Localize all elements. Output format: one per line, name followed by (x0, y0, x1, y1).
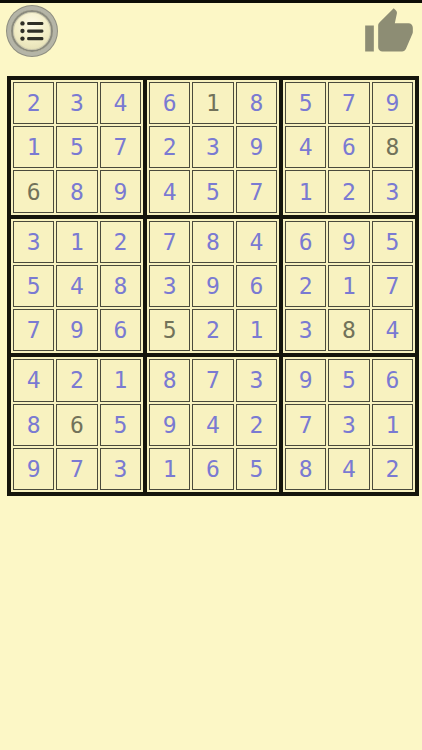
cell-r9c3[interactable]: 3 (100, 448, 141, 490)
cell-r8c9[interactable]: 1 (372, 404, 413, 446)
block-2-1: 312548796 (11, 219, 143, 354)
block-3-2: 873942165 (147, 357, 279, 492)
cell-r2c1[interactable]: 1 (13, 126, 54, 168)
cell-r5c9[interactable]: 7 (372, 265, 413, 307)
cell-r2c9[interactable]: 8 (372, 126, 413, 168)
bulleted-list-icon (19, 18, 45, 44)
block-1-2: 618239457 (147, 80, 279, 215)
cell-r7c7[interactable]: 9 (285, 359, 326, 401)
cell-r9c6[interactable]: 5 (236, 448, 277, 490)
cell-r8c1[interactable]: 8 (13, 404, 54, 446)
cell-r2c5[interactable]: 3 (192, 126, 233, 168)
cell-r1c3[interactable]: 4 (100, 82, 141, 124)
cell-r2c4[interactable]: 2 (149, 126, 190, 168)
cell-r8c5[interactable]: 4 (192, 404, 233, 446)
cell-r6c2[interactable]: 9 (56, 309, 97, 351)
cell-r8c7[interactable]: 7 (285, 404, 326, 446)
like-button[interactable] (363, 6, 415, 58)
cell-r7c1[interactable]: 4 (13, 359, 54, 401)
cell-r7c6[interactable]: 3 (236, 359, 277, 401)
block-3-3: 956731842 (283, 357, 415, 492)
cell-r8c2[interactable]: 6 (56, 404, 97, 446)
cell-r1c4[interactable]: 6 (149, 82, 190, 124)
cell-r1c9[interactable]: 9 (372, 82, 413, 124)
cell-r7c9[interactable]: 6 (372, 359, 413, 401)
block-1-3: 579468123 (283, 80, 415, 215)
cell-r5c2[interactable]: 4 (56, 265, 97, 307)
cell-r9c1[interactable]: 9 (13, 448, 54, 490)
cell-r8c4[interactable]: 9 (149, 404, 190, 446)
cell-r9c9[interactable]: 2 (372, 448, 413, 490)
cell-r5c5[interactable]: 9 (192, 265, 233, 307)
thumbs-up-icon (363, 6, 415, 58)
cell-r5c8[interactable]: 1 (328, 265, 369, 307)
cell-r3c3[interactable]: 9 (100, 170, 141, 212)
cell-r2c6[interactable]: 9 (236, 126, 277, 168)
cell-r1c5[interactable]: 1 (192, 82, 233, 124)
cell-r1c7[interactable]: 5 (285, 82, 326, 124)
cell-r6c8[interactable]: 8 (328, 309, 369, 351)
cell-r7c4[interactable]: 8 (149, 359, 190, 401)
cell-r7c2[interactable]: 2 (56, 359, 97, 401)
block-3-1: 421865973 (11, 357, 143, 492)
cell-r2c3[interactable]: 7 (100, 126, 141, 168)
cell-r6c6[interactable]: 1 (236, 309, 277, 351)
cell-r9c7[interactable]: 8 (285, 448, 326, 490)
cell-r1c2[interactable]: 3 (56, 82, 97, 124)
cell-r5c3[interactable]: 8 (100, 265, 141, 307)
cell-r7c3[interactable]: 1 (100, 359, 141, 401)
cell-r6c3[interactable]: 6 (100, 309, 141, 351)
cell-r3c5[interactable]: 5 (192, 170, 233, 212)
cell-r2c2[interactable]: 5 (56, 126, 97, 168)
cell-r4c1[interactable]: 3 (13, 221, 54, 263)
sudoku-board: 2341576896182394575794681233125487967843… (7, 76, 419, 496)
cell-r2c7[interactable]: 4 (285, 126, 326, 168)
cell-r3c7[interactable]: 1 (285, 170, 326, 212)
cell-r6c7[interactable]: 3 (285, 309, 326, 351)
cell-r3c1[interactable]: 6 (13, 170, 54, 212)
menu-button[interactable] (11, 10, 53, 52)
cell-r6c5[interactable]: 2 (192, 309, 233, 351)
cell-r1c8[interactable]: 7 (328, 82, 369, 124)
cell-r4c7[interactable]: 6 (285, 221, 326, 263)
cell-r4c8[interactable]: 9 (328, 221, 369, 263)
cell-r4c5[interactable]: 8 (192, 221, 233, 263)
cell-r3c4[interactable]: 4 (149, 170, 190, 212)
cell-r5c1[interactable]: 5 (13, 265, 54, 307)
cell-r1c1[interactable]: 2 (13, 82, 54, 124)
cell-r2c8[interactable]: 6 (328, 126, 369, 168)
cell-r9c8[interactable]: 4 (328, 448, 369, 490)
cell-r4c2[interactable]: 1 (56, 221, 97, 263)
block-1-1: 234157689 (11, 80, 143, 215)
cell-r8c8[interactable]: 3 (328, 404, 369, 446)
cell-r9c4[interactable]: 1 (149, 448, 190, 490)
cell-r6c9[interactable]: 4 (372, 309, 413, 351)
cell-r4c3[interactable]: 2 (100, 221, 141, 263)
cell-r5c6[interactable]: 6 (236, 265, 277, 307)
cell-r5c4[interactable]: 3 (149, 265, 190, 307)
cell-r6c1[interactable]: 7 (13, 309, 54, 351)
cell-r9c5[interactable]: 6 (192, 448, 233, 490)
top-divider (0, 0, 422, 3)
cell-r3c9[interactable]: 3 (372, 170, 413, 212)
cell-r4c9[interactable]: 5 (372, 221, 413, 263)
cell-r3c8[interactable]: 2 (328, 170, 369, 212)
cell-r9c2[interactable]: 7 (56, 448, 97, 490)
cell-r8c6[interactable]: 2 (236, 404, 277, 446)
block-2-3: 695217384 (283, 219, 415, 354)
cell-r1c6[interactable]: 8 (236, 82, 277, 124)
cell-r3c2[interactable]: 8 (56, 170, 97, 212)
cell-r4c6[interactable]: 4 (236, 221, 277, 263)
cell-r7c5[interactable]: 7 (192, 359, 233, 401)
cell-r4c4[interactable]: 7 (149, 221, 190, 263)
cell-r8c3[interactable]: 5 (100, 404, 141, 446)
cell-r7c8[interactable]: 5 (328, 359, 369, 401)
block-2-2: 784396521 (147, 219, 279, 354)
cell-r6c4[interactable]: 5 (149, 309, 190, 351)
cell-r3c6[interactable]: 7 (236, 170, 277, 212)
cell-r5c7[interactable]: 2 (285, 265, 326, 307)
